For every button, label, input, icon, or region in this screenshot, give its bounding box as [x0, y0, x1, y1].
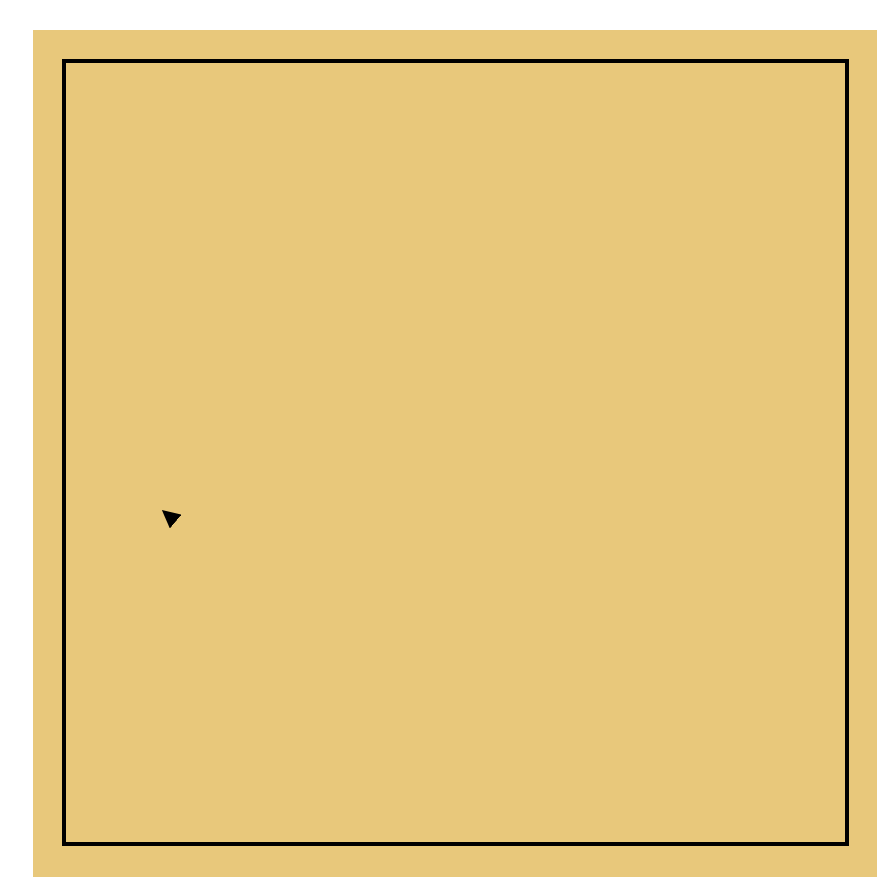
go-diagram-page: { "game": "go", "board_size": 19, "label…	[0, 0, 880, 879]
go-board	[33, 30, 877, 877]
board-grid	[43, 40, 867, 864]
